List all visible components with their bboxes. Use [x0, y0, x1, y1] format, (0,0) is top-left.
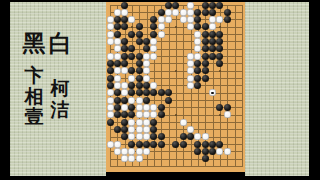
stone-white	[136, 119, 143, 126]
stone-white	[114, 38, 121, 45]
stone-white	[187, 2, 194, 9]
stone-black	[158, 104, 165, 111]
stone-black	[209, 9, 216, 16]
stone-white	[143, 53, 150, 60]
stone-black	[202, 38, 209, 45]
stone-black	[121, 2, 128, 9]
left-fabric-panel: 黑 卞相壹 白 柯洁	[10, 2, 106, 176]
stone-white	[187, 75, 194, 82]
stone-black	[136, 53, 143, 60]
stone-white	[180, 9, 187, 16]
stone-white	[180, 16, 187, 23]
stone-black	[158, 9, 165, 16]
stone-black	[114, 104, 121, 111]
stone-black	[180, 141, 187, 148]
stone-white	[165, 9, 172, 16]
stone-white	[143, 119, 150, 126]
stone-black	[202, 60, 209, 67]
white-label: 白	[49, 32, 72, 55]
stone-black	[165, 2, 172, 9]
stone-white	[121, 9, 128, 16]
stone-black	[202, 141, 209, 148]
black-player-column: 黑 卞相壹	[21, 32, 47, 128]
stone-black	[107, 60, 114, 67]
white-player-column: 白 柯洁	[47, 32, 73, 120]
stone-black	[202, 2, 209, 9]
stone-white	[136, 104, 143, 111]
stone-white	[107, 16, 114, 23]
stone-black	[202, 31, 209, 38]
stone-black	[143, 97, 150, 104]
right-letterbox-bar	[309, 0, 320, 180]
white-player-name: 柯洁	[51, 79, 70, 120]
black-label: 黑	[23, 32, 46, 55]
stone-black	[224, 9, 231, 16]
video-frame: 黑 卞相壹 白 柯洁 徐老师围棋教室	[0, 0, 320, 180]
stone-white	[158, 16, 165, 23]
stone-black	[107, 82, 114, 89]
black-player-name: 卞相壹	[25, 66, 44, 128]
stone-black	[136, 82, 143, 89]
stone-white	[114, 53, 121, 60]
stone-white	[136, 97, 143, 104]
stone-white	[114, 82, 121, 89]
stone-black	[114, 31, 121, 38]
stone-black	[224, 16, 231, 23]
stone-black	[114, 16, 121, 23]
stone-white	[107, 97, 114, 104]
stone-black	[121, 53, 128, 60]
stone-white	[114, 75, 121, 82]
stone-black	[136, 141, 143, 148]
stone-black	[202, 148, 209, 155]
stone-white	[187, 9, 194, 16]
stone-white	[143, 75, 150, 82]
stone-black	[209, 53, 216, 60]
right-fabric-panel: 徐老师围棋教室	[245, 2, 309, 176]
stone-white	[224, 148, 231, 155]
stone-black	[107, 119, 114, 126]
stone-white	[107, 31, 114, 38]
stone-black	[224, 104, 231, 111]
stone-black	[114, 60, 121, 67]
stone-black	[136, 60, 143, 67]
go-board	[106, 2, 245, 172]
stone-black	[202, 9, 209, 16]
left-letterbox-bar	[0, 0, 10, 180]
stone-white	[136, 126, 143, 133]
stone-black	[114, 126, 121, 133]
stone-black	[107, 75, 114, 82]
stone-black	[121, 97, 128, 104]
stone-black	[165, 97, 172, 104]
stone-black	[114, 97, 121, 104]
stone-white	[107, 104, 114, 111]
stone-black	[136, 38, 143, 45]
stone-white	[107, 53, 114, 60]
stone-black	[209, 141, 216, 148]
stone-white	[136, 148, 143, 155]
stone-white	[114, 141, 121, 148]
stone-white	[187, 53, 194, 60]
stone-white	[114, 9, 121, 16]
stone-black	[136, 31, 143, 38]
stone-white	[107, 141, 114, 148]
stone-black	[202, 53, 209, 60]
stone-black	[209, 2, 216, 9]
stone-black	[209, 31, 216, 38]
stone-white	[158, 31, 165, 38]
stone-black	[158, 141, 165, 148]
stone-black	[121, 119, 128, 126]
stone-black	[202, 75, 209, 82]
stone-white	[107, 38, 114, 45]
stone-black	[136, 75, 143, 82]
stone-white	[180, 119, 187, 126]
stone-black	[143, 141, 150, 148]
stone-white	[114, 148, 121, 155]
last-move-marker	[211, 92, 214, 95]
